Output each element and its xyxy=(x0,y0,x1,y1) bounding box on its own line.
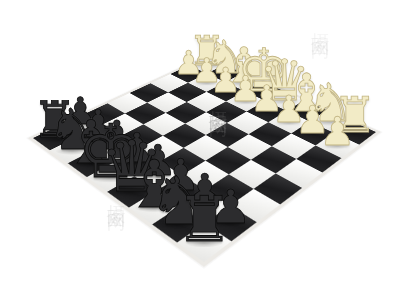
piece-white-pawn-a2[interactable]: ♟ xyxy=(320,112,355,151)
pieces-layer: ♜♞♝♛♚♝♞♜♟♟♟♟♟♟♟♟♟♟♟♟♟♟♟♟♜♞♝♛♚♝♞♜ xyxy=(0,0,400,300)
watermark-text-faint2: 摄图网 xyxy=(308,18,334,30)
piece-black-rook-a8[interactable]: ♜ xyxy=(176,189,232,252)
chess-photo-stage: ♜♞♝♛♚♝♞♜♟♟♟♟♟♟♟♟♟♟♟♟♟♟♟♟♜♞♝♛♚♝♞♜ 摄图网 摄图网… xyxy=(0,0,400,300)
